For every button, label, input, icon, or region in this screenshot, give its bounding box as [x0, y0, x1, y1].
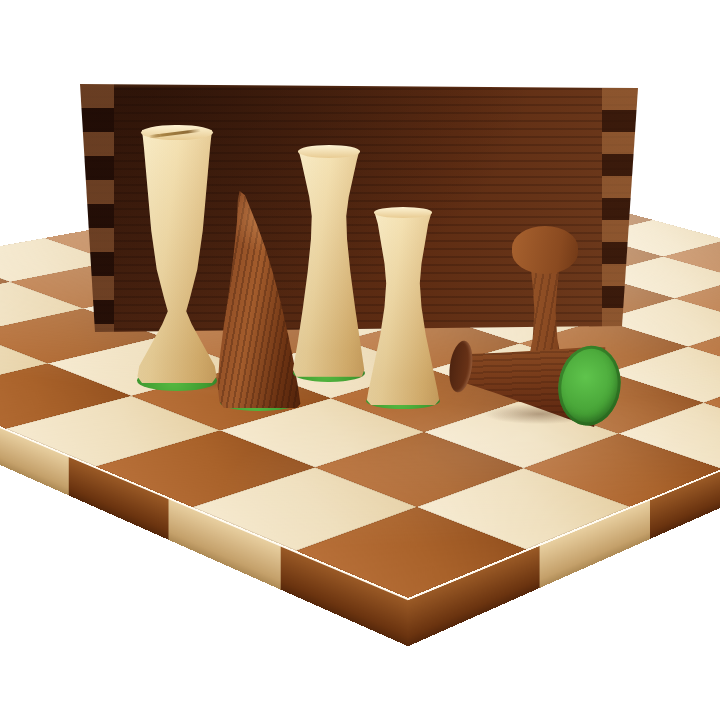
piece-top-face	[374, 207, 433, 218]
piece-body	[361, 208, 445, 406]
piece-white-bishop	[361, 208, 445, 406]
piece-white-queen	[288, 146, 370, 379]
piece-white-king	[131, 126, 223, 387]
box-top-edge	[80, 82, 638, 88]
piece-body	[288, 146, 370, 379]
product-photo-stage	[0, 0, 720, 720]
piece-body	[131, 126, 223, 387]
rook-cap	[512, 226, 577, 274]
piece-top-face	[298, 145, 360, 158]
